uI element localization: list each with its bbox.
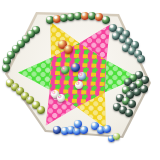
marble-dark-green[interactable] (2, 64, 10, 72)
marble-dark-teal[interactable] (137, 55, 145, 63)
marble-blue-clear[interactable] (78, 72, 86, 80)
marble-dark-green[interactable] (102, 16, 110, 24)
marble-black-green[interactable] (140, 85, 148, 93)
marble-blue[interactable] (80, 126, 88, 134)
marble-green[interactable] (61, 66, 69, 74)
marble-blue[interactable] (74, 120, 82, 128)
marble-clear[interactable] (57, 94, 65, 102)
marble-navy[interactable] (71, 63, 80, 72)
marble-black-green[interactable] (133, 88, 141, 96)
photo-canvas (0, 0, 160, 160)
marble-navy[interactable] (53, 126, 61, 134)
marble-light-green[interactable] (113, 133, 120, 140)
marble-blue[interactable] (103, 125, 111, 133)
marble-red[interactable] (64, 45, 73, 54)
marble-olive[interactable] (37, 106, 45, 114)
marble-black-green[interactable] (125, 109, 133, 117)
marble-clear[interactable] (75, 81, 83, 89)
marble-black-green[interactable] (128, 100, 136, 108)
